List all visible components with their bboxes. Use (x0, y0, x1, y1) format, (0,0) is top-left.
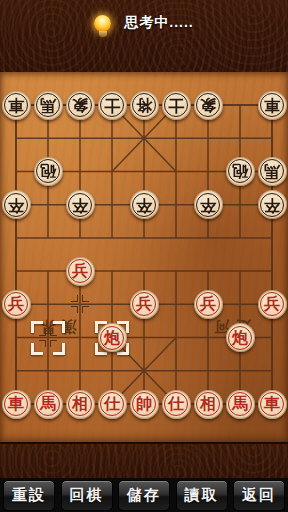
piece-ring: 兵 (132, 292, 156, 316)
piece-black-soldier[interactable]: 卒 (66, 190, 95, 219)
piece-ring: 仕 (164, 392, 188, 416)
piece-glyph: 炮 (232, 330, 248, 346)
piece-red-advisor[interactable]: 仕 (98, 390, 127, 419)
piece-glyph: 相 (200, 396, 216, 412)
xiangqi-board[interactable]: 漢界 楚河 (0, 72, 288, 442)
piece-glyph: 馬 (264, 163, 280, 179)
piece-red-soldier[interactable]: 兵 (130, 290, 159, 319)
piece-ring: 車 (4, 392, 28, 416)
piece-ring: 士 (100, 93, 124, 117)
river-label-hanjie: 漢界 (16, 317, 96, 336)
piece-black-elephant[interactable]: 象 (194, 91, 223, 120)
board-grid (0, 72, 288, 442)
piece-ring: 兵 (196, 292, 220, 316)
piece-red-chariot[interactable]: 車 (258, 390, 287, 419)
piece-red-soldier[interactable]: 兵 (258, 290, 287, 319)
bottom-wood-band (0, 442, 288, 480)
piece-glyph: 卒 (200, 197, 216, 213)
piece-glyph: 卒 (136, 197, 152, 213)
piece-glyph: 卒 (8, 197, 24, 213)
piece-red-soldier[interactable]: 兵 (194, 290, 223, 319)
piece-red-advisor[interactable]: 仕 (162, 390, 191, 419)
piece-glyph: 将 (136, 97, 152, 113)
piece-ring: 帥 (132, 392, 156, 416)
piece-red-soldier[interactable]: 兵 (66, 257, 95, 286)
piece-glyph: 象 (72, 97, 88, 113)
piece-red-general[interactable]: 帥 (130, 390, 159, 419)
piece-black-advisor[interactable]: 士 (98, 91, 127, 120)
piece-glyph: 士 (168, 97, 184, 113)
piece-glyph: 砲 (40, 163, 56, 179)
piece-glyph: 車 (8, 97, 24, 113)
piece-ring: 炮 (228, 326, 252, 350)
piece-red-elephant[interactable]: 相 (194, 390, 223, 419)
piece-red-cannon[interactable]: 炮 (226, 323, 255, 352)
status-text: 思考中..... (124, 14, 193, 32)
piece-black-soldier[interactable]: 卒 (194, 190, 223, 219)
piece-glyph: 兵 (200, 296, 216, 312)
piece-ring: 馬 (36, 392, 60, 416)
piece-ring: 車 (4, 93, 28, 117)
piece-ring: 兵 (4, 292, 28, 316)
piece-ring: 象 (68, 93, 92, 117)
piece-black-general[interactable]: 将 (130, 91, 159, 120)
piece-ring: 卒 (260, 193, 284, 217)
piece-black-horse[interactable]: 馬 (34, 91, 63, 120)
piece-black-soldier[interactable]: 卒 (258, 190, 287, 219)
lightbulb-icon (94, 15, 111, 32)
piece-ring: 砲 (36, 159, 60, 183)
piece-glyph: 砲 (232, 163, 248, 179)
piece-glyph: 仕 (168, 396, 184, 412)
piece-black-chariot[interactable]: 車 (2, 91, 31, 120)
piece-black-cannon[interactable]: 砲 (34, 157, 63, 186)
piece-glyph: 兵 (8, 296, 24, 312)
piece-glyph: 馬 (40, 97, 56, 113)
piece-red-elephant[interactable]: 相 (66, 390, 95, 419)
toolbar: 重設 回棋 儲存 讀取 返回 (0, 478, 288, 512)
piece-glyph: 卒 (72, 197, 88, 213)
piece-ring: 相 (196, 392, 220, 416)
piece-red-cannon[interactable]: 炮 (98, 323, 127, 352)
piece-red-horse[interactable]: 馬 (34, 390, 63, 419)
app-screen: 思考中..... 漢界 楚河 車馬象士将士象車砲砲馬卒卒卒卒卒兵兵兵兵兵炮炮車馬… (0, 0, 288, 512)
piece-black-chariot[interactable]: 車 (258, 91, 287, 120)
piece-red-chariot[interactable]: 車 (2, 390, 31, 419)
piece-ring: 卒 (132, 193, 156, 217)
piece-ring: 車 (260, 93, 284, 117)
piece-glyph: 卒 (264, 197, 280, 213)
piece-glyph: 馬 (40, 396, 56, 412)
piece-ring: 馬 (228, 392, 252, 416)
piece-ring: 兵 (68, 259, 92, 283)
piece-red-horse[interactable]: 馬 (226, 390, 255, 419)
undo-button[interactable]: 回棋 (61, 480, 113, 511)
piece-ring: 車 (260, 392, 284, 416)
piece-glyph: 相 (72, 396, 88, 412)
piece-glyph: 兵 (72, 263, 88, 279)
piece-black-cannon[interactable]: 砲 (226, 157, 255, 186)
piece-ring: 卒 (4, 193, 28, 217)
piece-ring: 馬 (36, 93, 60, 117)
piece-glyph: 仕 (104, 396, 120, 412)
piece-ring: 相 (68, 392, 92, 416)
piece-ring: 将 (132, 93, 156, 117)
piece-glyph: 車 (8, 396, 24, 412)
piece-ring: 炮 (100, 326, 124, 350)
piece-red-soldier[interactable]: 兵 (2, 290, 31, 319)
piece-ring: 馬 (260, 159, 284, 183)
piece-ring: 仕 (100, 392, 124, 416)
piece-ring: 兵 (260, 292, 284, 316)
save-button[interactable]: 儲存 (118, 480, 170, 511)
piece-black-horse[interactable]: 馬 (258, 157, 287, 186)
piece-glyph: 象 (200, 97, 216, 113)
piece-ring: 卒 (68, 193, 92, 217)
piece-glyph: 炮 (104, 330, 120, 346)
piece-glyph: 車 (264, 396, 280, 412)
reset-button[interactable]: 重設 (3, 480, 55, 511)
piece-ring: 卒 (196, 193, 220, 217)
piece-black-soldier[interactable]: 卒 (130, 190, 159, 219)
piece-ring: 士 (164, 93, 188, 117)
piece-glyph: 兵 (136, 296, 152, 312)
load-button[interactable]: 讀取 (176, 480, 228, 511)
piece-glyph: 士 (104, 97, 120, 113)
back-button[interactable]: 返回 (233, 480, 285, 511)
piece-black-soldier[interactable]: 卒 (2, 190, 31, 219)
piece-glyph: 帥 (136, 396, 152, 412)
piece-ring: 象 (196, 93, 220, 117)
piece-black-advisor[interactable]: 士 (162, 91, 191, 120)
status-message: 思考中..... (0, 8, 288, 38)
status-bar: 思考中..... (0, 0, 288, 74)
piece-glyph: 車 (264, 97, 280, 113)
piece-ring: 砲 (228, 159, 252, 183)
piece-black-elephant[interactable]: 象 (66, 91, 95, 120)
piece-glyph: 兵 (264, 296, 280, 312)
piece-glyph: 馬 (232, 396, 248, 412)
